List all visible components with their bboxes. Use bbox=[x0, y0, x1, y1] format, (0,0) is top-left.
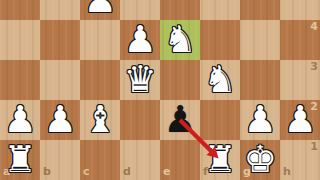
white-rook-f1[interactable]: ♜ bbox=[200, 140, 240, 180]
white-king-g1[interactable]: ♚ bbox=[240, 140, 280, 180]
square-h4[interactable] bbox=[280, 20, 320, 60]
square-a4[interactable] bbox=[0, 20, 40, 60]
white-pawn-a2[interactable]: ♟ bbox=[0, 100, 40, 140]
square-e3[interactable] bbox=[160, 60, 200, 100]
white-pawn-d4[interactable]: ♟ bbox=[120, 20, 160, 60]
square-b1[interactable] bbox=[40, 140, 80, 180]
square-d2[interactable] bbox=[120, 100, 160, 140]
square-d1[interactable] bbox=[120, 140, 160, 180]
white-knight-e4[interactable]: ♞ bbox=[160, 20, 200, 60]
black-pawn-e2[interactable]: ♟ bbox=[160, 100, 200, 140]
white-knight-f3[interactable]: ♞ bbox=[200, 60, 240, 100]
white-pawn-b2[interactable]: ♟ bbox=[40, 100, 80, 140]
square-h3[interactable] bbox=[280, 60, 320, 100]
square-d5[interactable] bbox=[120, 0, 160, 20]
white-pawn-h2[interactable]: ♟ bbox=[280, 100, 320, 140]
white-bishop-c2[interactable]: ♝ bbox=[80, 100, 120, 140]
square-a3[interactable] bbox=[0, 60, 40, 100]
square-c3[interactable] bbox=[80, 60, 120, 100]
square-f2[interactable] bbox=[200, 100, 240, 140]
white-pawn-c5[interactable]: ♟ bbox=[80, 0, 120, 20]
square-g5[interactable] bbox=[240, 0, 280, 20]
square-h5[interactable] bbox=[280, 0, 320, 20]
square-f5[interactable] bbox=[200, 0, 240, 20]
chess-board: 4321abcdefgh♟♟♞♛♞♟♟♝♟♟♟♜♜♚ bbox=[0, 0, 320, 180]
square-c1[interactable] bbox=[80, 140, 120, 180]
white-pawn-g2[interactable]: ♟ bbox=[240, 100, 280, 140]
square-c4[interactable] bbox=[80, 20, 120, 60]
white-rook-a1[interactable]: ♜ bbox=[0, 140, 40, 180]
square-b3[interactable] bbox=[40, 60, 80, 100]
square-g4[interactable] bbox=[240, 20, 280, 60]
square-e5[interactable] bbox=[160, 0, 200, 20]
square-g3[interactable] bbox=[240, 60, 280, 100]
chess-board-screenshot: 4321abcdefgh♟♟♞♛♞♟♟♝♟♟♟♜♜♚ bbox=[0, 0, 320, 180]
square-f4[interactable] bbox=[200, 20, 240, 60]
square-b4[interactable] bbox=[40, 20, 80, 60]
square-e1[interactable] bbox=[160, 140, 200, 180]
white-queen-d3[interactable]: ♛ bbox=[120, 60, 160, 100]
square-h1[interactable] bbox=[280, 140, 320, 180]
square-a5[interactable] bbox=[0, 0, 40, 20]
square-b5[interactable] bbox=[40, 0, 80, 20]
